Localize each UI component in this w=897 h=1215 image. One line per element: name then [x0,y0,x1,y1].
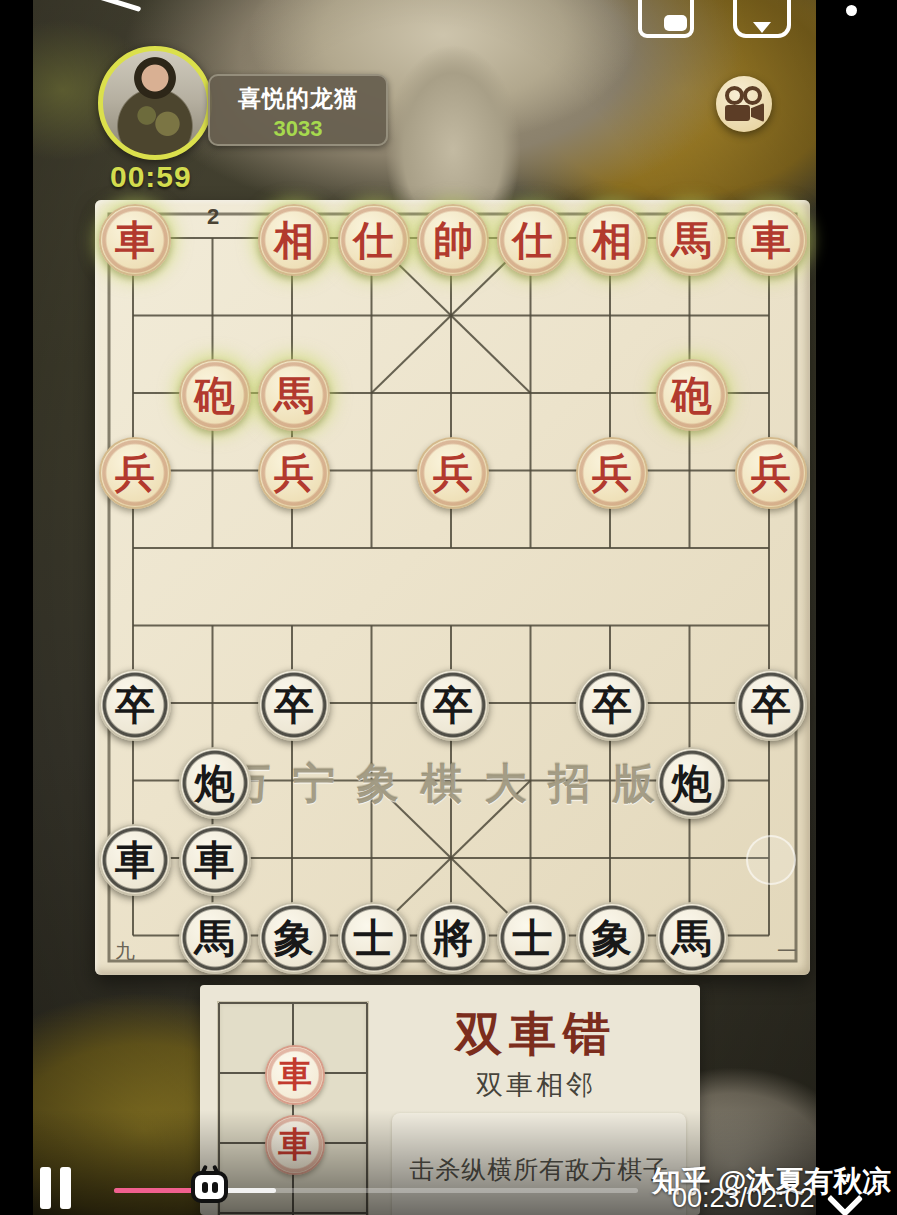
picture-in-picture-icon[interactable] [638,0,694,38]
piece-red-兵-r4c7[interactable]: 兵 [576,437,648,509]
piece-black-卒-r7c7[interactable]: 卒 [576,669,648,741]
move-marker: 2 [195,204,231,230]
piece-black-士-r10c4[interactable]: 士 [338,902,410,974]
piece-black-卒-r7c3[interactable]: 卒 [258,669,330,741]
player-rating: 3033 [210,116,386,142]
piece-red-車-r1c9[interactable]: 車 [735,204,807,276]
touch-ripple [746,835,796,885]
mini-piece-車: 車 [265,1045,325,1105]
piece-red-馬-r1c8[interactable]: 馬 [656,204,728,276]
skill-subtitle: 双車相邻 [380,1067,692,1103]
pause-icon[interactable] [40,1167,74,1209]
piece-black-卒-r7c9[interactable]: 卒 [735,669,807,741]
camera-reel-icon [725,86,744,105]
skill-description: 击杀纵横所有敌方棋子 [392,1153,686,1186]
pip-inner-rect [664,15,687,31]
piece-red-車-r1c1[interactable]: 車 [99,204,171,276]
bilibili-tv-seek-thumb[interactable] [191,1171,228,1203]
cast-screen-icon[interactable] [733,0,791,38]
player-nameplate: 喜悦的龙猫 3033 [208,74,388,146]
piece-black-馬-r10c8[interactable]: 馬 [656,902,728,974]
player-name: 喜悦的龙猫 [210,83,386,114]
piece-red-相-r1c7[interactable]: 相 [576,204,648,276]
player-timer: 00:59 [110,160,192,194]
piece-red-兵-r4c5[interactable]: 兵 [417,437,489,509]
camera-lens-icon [751,103,764,122]
piece-black-車-r9c1[interactable]: 車 [99,824,171,896]
piece-black-馬-r10c2[interactable]: 馬 [179,902,251,974]
piece-red-兵-r4c3[interactable]: 兵 [258,437,330,509]
piece-red-仕-r1c4[interactable]: 仕 [338,204,410,276]
piece-black-炮-r8c8[interactable]: 炮 [656,747,728,819]
skill-card: 車車 双車错 双車相邻 击杀纵横所有敌方棋子 [200,985,700,1215]
piece-black-卒-r7c5[interactable]: 卒 [417,669,489,741]
video-time: 00:23/02:02 [672,1183,815,1214]
piece-black-車-r9c2[interactable]: 車 [179,824,251,896]
piece-black-象-r10c3[interactable]: 象 [258,902,330,974]
skill-title: 双車错 [380,1003,692,1066]
pause-bar [40,1167,51,1209]
avatar[interactable] [98,46,212,160]
seek-played [114,1188,193,1193]
piece-red-馬-r3c3[interactable]: 馬 [258,359,330,431]
file-label-left: 九 [115,938,135,965]
skill-mini-board: 車車 [217,1001,369,1215]
piece-red-相-r1c3[interactable]: 相 [258,204,330,276]
xiangqi-board[interactable]: 万宁象棋大招版 2 九 一 車相仕帥仕相馬車砲馬砲兵兵兵兵兵卒卒卒卒卒炮炮車車馬… [95,200,810,975]
pause-bar [60,1167,71,1209]
piece-red-砲-r3c2[interactable]: 砲 [179,359,251,431]
piece-black-卒-r7c1[interactable]: 卒 [99,669,171,741]
skill-description-box: 击杀纵横所有敌方棋子 [392,1113,686,1215]
video-camera-button[interactable] [716,76,772,132]
piece-black-將-r10c5[interactable]: 將 [417,902,489,974]
piece-red-仕-r1c6[interactable]: 仕 [497,204,569,276]
file-label-right: 一 [777,938,797,965]
piece-black-象-r10c7[interactable]: 象 [576,902,648,974]
piece-red-兵-r4c9[interactable]: 兵 [735,437,807,509]
piece-red-兵-r4c1[interactable]: 兵 [99,437,171,509]
piece-black-士-r10c6[interactable]: 士 [497,902,569,974]
screen: 喜悦的龙猫 3033 00:59 万宁象棋大招版 2 九 一 車相仕帥仕相馬車砲… [0,0,897,1215]
piece-red-帥-r1c5[interactable]: 帥 [417,204,489,276]
mini-piece-車: 車 [265,1115,325,1175]
more-dot-icon[interactable] [846,5,857,16]
cast-triangle [753,22,771,33]
camera-reel-icon [743,86,762,105]
tv-eye [202,1182,208,1193]
piece-black-炮-r8c2[interactable]: 炮 [179,747,251,819]
camera-body-icon [725,105,750,121]
tv-eye [212,1182,218,1193]
mini-board-grid-lines [217,1001,369,1215]
piece-red-砲-r3c8[interactable]: 砲 [656,359,728,431]
